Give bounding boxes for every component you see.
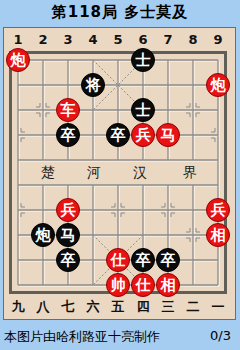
piece-red-general[interactable]: 帅 [106,273,130,297]
file-label-bottom-1: 九 [8,298,28,316]
piece-red-soldier[interactable]: 兵 [206,198,230,222]
piece-black-general[interactable]: 将 [81,73,105,97]
piece-black-advisor[interactable]: 士 [131,48,155,72]
river-label: 河 [86,164,102,182]
move-counter: 0/3 [210,328,231,343]
piece-red-cannon[interactable]: 炮 [206,73,230,97]
piece-red-advisor[interactable]: 仕 [131,273,155,297]
piece-black-soldier[interactable]: 卒 [156,248,180,272]
file-label-bottom-6: 四 [133,298,153,316]
file-label-bottom-7: 三 [158,298,178,316]
piece-red-soldier[interactable]: 兵 [56,198,80,222]
piece-black-cannon[interactable]: 炮 [31,223,55,247]
piece-red-advisor[interactable]: 仕 [106,248,130,272]
river-label: 楚 [40,164,56,182]
file-label-bottom-4: 六 [83,298,103,316]
file-label-top-9: 9 [209,32,227,47]
puzzle-title: 第118局 多士莫及 [0,3,240,22]
piece-black-horse[interactable]: 马 [56,223,80,247]
file-label-bottom-5: 五 [108,298,128,316]
file-label-top-4: 4 [84,32,102,47]
file-label-bottom-2: 八 [33,298,53,316]
file-label-top-3: 3 [59,32,77,47]
file-label-top-5: 5 [109,32,127,47]
piece-red-elephant[interactable]: 相 [206,223,230,247]
file-label-top-2: 2 [34,32,52,47]
piece-red-elephant[interactable]: 相 [156,273,180,297]
file-label-bottom-9: 一 [208,298,228,316]
file-label-top-7: 7 [159,32,177,47]
file-label-top-8: 8 [184,32,202,47]
file-label-bottom-8: 二 [183,298,203,316]
file-label-top-6: 6 [134,32,152,47]
file-label-bottom-3: 七 [58,298,78,316]
piece-black-soldier[interactable]: 卒 [106,123,130,147]
piece-black-advisor[interactable]: 士 [131,98,155,122]
piece-red-chariot[interactable]: 车 [56,98,80,122]
river-label: 汉 [132,164,148,182]
river-label: 界 [182,164,198,182]
credit-text: 本图片由哈利路亚十亮制作 [4,328,160,346]
file-label-top-1: 1 [9,32,27,47]
board-panel: 123456789 楚河汉界 炮士将炮车士卒卒兵马兵兵炮马相卒仕卒卒帅仕相 九八… [3,27,236,320]
piece-black-soldier[interactable]: 卒 [56,123,80,147]
piece-red-soldier[interactable]: 兵 [131,123,155,147]
piece-red-horse[interactable]: 马 [156,123,180,147]
piece-black-soldier[interactable]: 卒 [56,248,80,272]
piece-black-soldier[interactable]: 卒 [131,248,155,272]
piece-red-cannon[interactable]: 炮 [6,48,30,72]
